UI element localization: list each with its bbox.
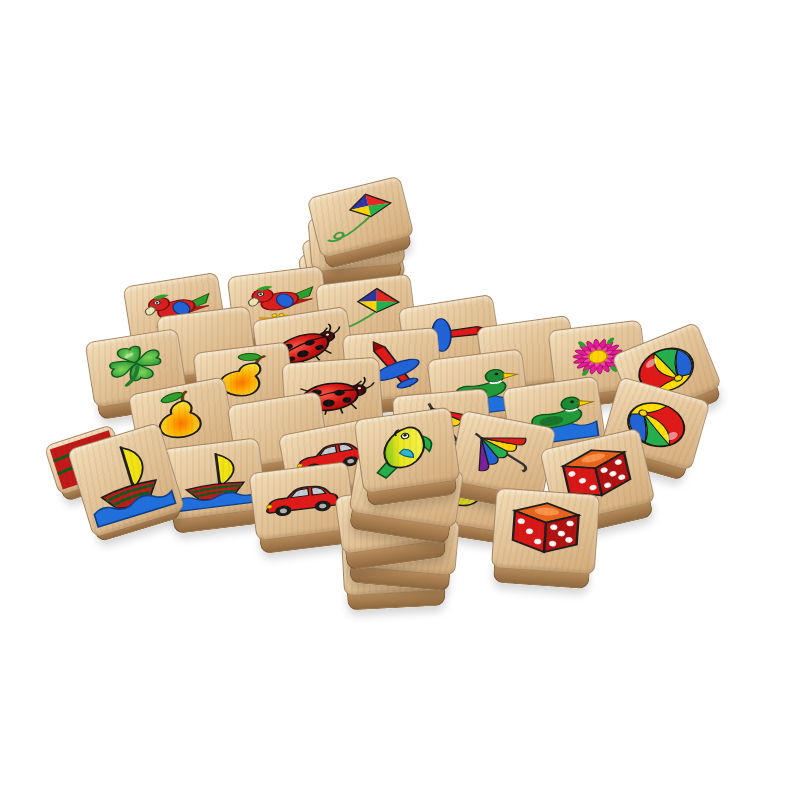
umbrella-icon	[454, 416, 550, 493]
tile-fish-1[interactable]	[353, 407, 460, 508]
fish-icon	[359, 412, 455, 488]
tile-die-2[interactable]	[490, 488, 598, 590]
die-icon	[496, 493, 595, 569]
boat-icon	[73, 428, 179, 532]
tile-face	[491, 488, 600, 575]
tile-face	[353, 406, 460, 493]
memory-game-scene	[0, 0, 800, 800]
